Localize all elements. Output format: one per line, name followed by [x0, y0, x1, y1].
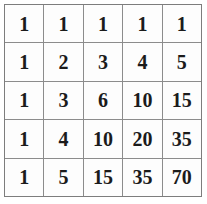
- grid-cell-r5c3: 15: [84, 159, 122, 196]
- grid-cell-r4c2: 4: [44, 120, 82, 157]
- grid-cell-r3c2: 3: [44, 82, 82, 119]
- grid-cell-r1c2: 1: [44, 5, 82, 42]
- grid-cell-r1c4: 1: [123, 5, 161, 42]
- grid-cell-r4c3: 10: [84, 120, 122, 157]
- grid-cell-r2c1: 1: [5, 43, 43, 80]
- grid-cell-r3c4: 10: [123, 82, 161, 119]
- grid-cell-r1c3: 1: [84, 5, 122, 42]
- grid-cell-r5c1: 1: [5, 159, 43, 196]
- grid-cell-r3c3: 6: [84, 82, 122, 119]
- grid-cell-r2c2: 2: [44, 43, 82, 80]
- grid-cell-r4c1: 1: [5, 120, 43, 157]
- grid-cell-r3c1: 1: [5, 82, 43, 119]
- grid-cell-r1c1: 1: [5, 5, 43, 42]
- grid-cell-r4c5: 35: [163, 120, 201, 157]
- grid-cell-r2c4: 4: [123, 43, 161, 80]
- grid-cell-r5c5: 70: [163, 159, 201, 196]
- grid-cell-r4c4: 20: [123, 120, 161, 157]
- grid-cell-r2c5: 5: [163, 43, 201, 80]
- grid-cell-r5c2: 5: [44, 159, 82, 196]
- grid-cell-r2c3: 3: [84, 43, 122, 80]
- grid-cell-r5c4: 35: [123, 159, 161, 196]
- number-grid-board: 111111234513610151410203515153570: [4, 4, 202, 197]
- grid-cell-r1c5: 1: [163, 5, 201, 42]
- grid-cell-r3c5: 15: [163, 82, 201, 119]
